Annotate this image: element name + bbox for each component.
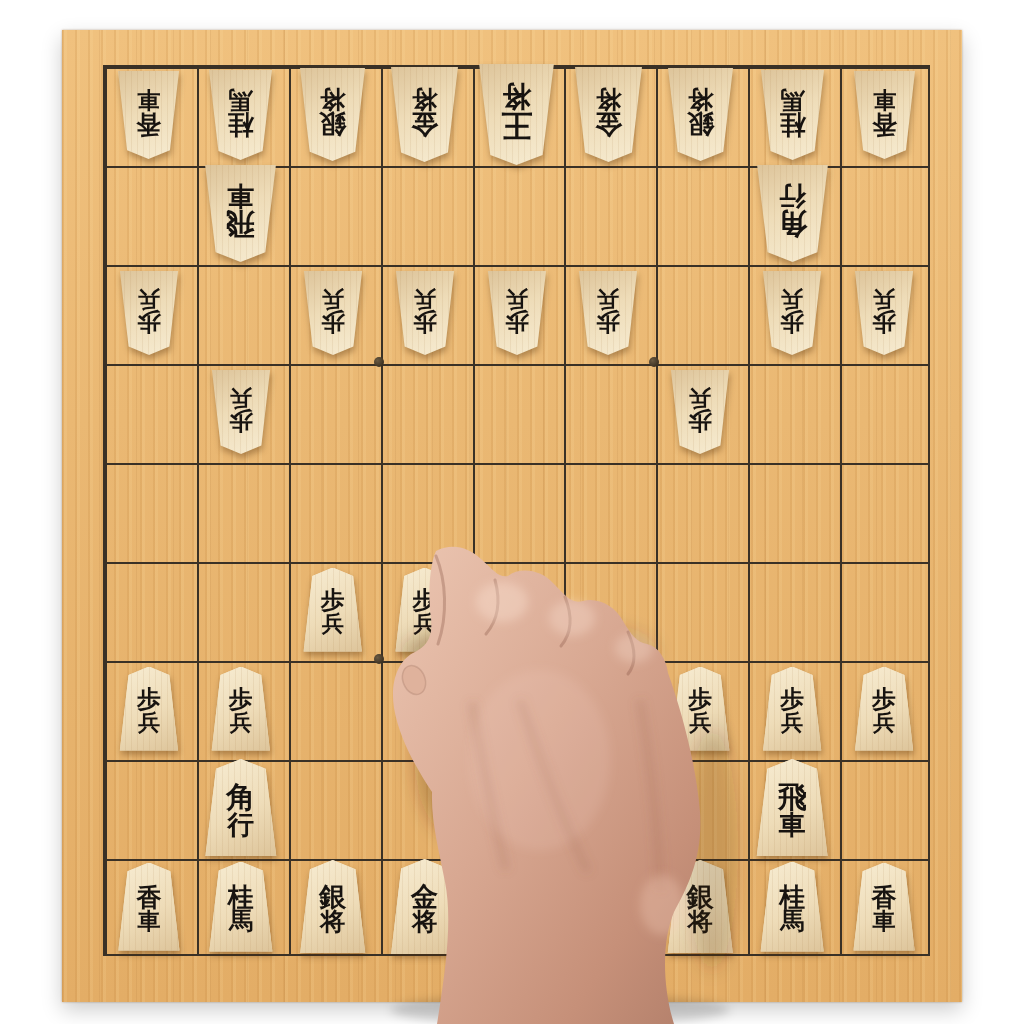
koma-face: 銀将: [299, 68, 366, 161]
piece-silver-gote[interactable]: 銀将: [667, 68, 734, 161]
koma-kanji: 金将: [411, 878, 438, 934]
koma-face: 香車: [117, 863, 180, 951]
koma-kanji: 銀将: [319, 86, 346, 142]
piece-pawn-sente[interactable]: 歩兵: [487, 667, 547, 751]
koma-kanji: 歩兵: [413, 585, 437, 635]
shogi-board[interactable]: 香車桂馬銀将金将王将金将銀将桂馬香車飛車角行歩兵歩兵歩兵歩兵歩兵歩兵歩兵歩兵歩兵…: [62, 30, 962, 1002]
koma-kanji: 歩兵: [872, 288, 896, 338]
koma-kanji: 歩兵: [780, 684, 804, 734]
koma-kanji: 金将: [411, 86, 438, 142]
piece-gold-gote[interactable]: 金将: [390, 67, 459, 162]
koma-face: 王将: [478, 64, 555, 165]
koma-kanji: 桂馬: [779, 879, 805, 933]
koma-kanji: 桂馬: [228, 879, 254, 933]
piece-lance-sente[interactable]: 香車: [117, 863, 180, 951]
koma-kanji: 歩兵: [321, 585, 345, 635]
piece-king-gote[interactable]: 王将: [478, 64, 555, 165]
piece-pawn-sente[interactable]: 歩兵: [395, 568, 455, 652]
koma-face: 銀将: [667, 860, 734, 953]
piece-pawn-gote[interactable]: 歩兵: [854, 271, 914, 355]
koma-kanji: 歩兵: [780, 288, 804, 338]
piece-pawn-gote[interactable]: 歩兵: [303, 271, 363, 355]
koma-face: 歩兵: [670, 667, 730, 751]
piece-gold-sente[interactable]: 金将: [390, 859, 459, 954]
koma-kanji: 角行: [778, 183, 807, 243]
koma-face: 歩兵: [854, 271, 914, 355]
piece-pawn-sente[interactable]: 歩兵: [119, 667, 179, 751]
koma-kanji: 飛車: [226, 183, 255, 243]
piece-pawn-gote[interactable]: 歩兵: [119, 271, 179, 355]
koma-face: 歩兵: [119, 667, 179, 751]
piece-silver-sente[interactable]: 銀将: [667, 860, 734, 953]
koma-face: 角行: [756, 165, 829, 262]
koma-face: 角行: [204, 759, 277, 856]
koma-kanji: 歩兵: [137, 288, 161, 338]
koma-kanji: 桂馬: [228, 87, 254, 141]
koma-face: 桂馬: [760, 70, 825, 160]
koma-kanji: 歩兵: [872, 684, 896, 734]
koma-face: 歩兵: [578, 667, 638, 751]
koma-kanji: 香車: [872, 880, 897, 932]
koma-face: 歩兵: [303, 568, 363, 652]
koma-kanji: 角行: [226, 777, 255, 837]
piece-pawn-sente[interactable]: 歩兵: [854, 667, 914, 751]
koma-kanji: 歩兵: [596, 288, 620, 338]
koma-kanji: 香車: [872, 88, 897, 140]
piece-gold-sente[interactable]: 金将: [574, 859, 643, 954]
koma-face: 玉将: [478, 856, 555, 957]
piece-king-sente[interactable]: 玉将: [478, 856, 555, 957]
piece-lance-gote[interactable]: 香車: [853, 71, 916, 159]
piece-pawn-sente[interactable]: 歩兵: [211, 667, 271, 751]
piece-bishop-sente[interactable]: 角行: [204, 759, 277, 856]
koma-face: 歩兵: [578, 271, 638, 355]
koma-kanji: 歩兵: [229, 684, 253, 734]
koma-kanji: 歩兵: [688, 387, 712, 437]
koma-face: 桂馬: [208, 70, 273, 160]
piece-pawn-sente[interactable]: 歩兵: [578, 667, 638, 751]
koma-face: 歩兵: [211, 370, 271, 454]
koma-kanji: 王将: [501, 82, 532, 146]
koma-kanji: 銀将: [687, 86, 714, 142]
koma-kanji: 桂馬: [779, 87, 805, 141]
koma-face: 香車: [853, 71, 916, 159]
koma-face: 歩兵: [670, 370, 730, 454]
piece-pawn-gote[interactable]: 歩兵: [578, 271, 638, 355]
piece-silver-gote[interactable]: 銀将: [299, 68, 366, 161]
piece-knight-gote[interactable]: 桂馬: [208, 70, 273, 160]
koma-kanji: 歩兵: [688, 684, 712, 734]
scene: 香車桂馬銀将金将王将金将銀将桂馬香車飛車角行歩兵歩兵歩兵歩兵歩兵歩兵歩兵歩兵歩兵…: [0, 0, 1024, 1024]
koma-face: 香車: [117, 71, 180, 159]
piece-pawn-gote[interactable]: 歩兵: [395, 271, 455, 355]
koma-face: 歩兵: [854, 667, 914, 751]
koma-kanji: 歩兵: [413, 288, 437, 338]
koma-face: 金将: [390, 67, 459, 162]
koma-face: 金将: [574, 67, 643, 162]
koma-face: 歩兵: [395, 271, 455, 355]
koma-kanji: 歩兵: [321, 288, 345, 338]
piece-lance-gote[interactable]: 香車: [117, 71, 180, 159]
koma-face: 金将: [390, 859, 459, 954]
piece-pawn-gote[interactable]: 歩兵: [211, 370, 271, 454]
koma-face: 歩兵: [119, 271, 179, 355]
koma-face: 桂馬: [760, 862, 825, 952]
pieces-layer: 香車桂馬銀将金将王将金将銀将桂馬香車飛車角行歩兵歩兵歩兵歩兵歩兵歩兵歩兵歩兵歩兵…: [62, 30, 962, 1002]
piece-bishop-gote[interactable]: 角行: [756, 165, 829, 262]
koma-face: 歩兵: [762, 667, 822, 751]
koma-face: 歩兵: [487, 667, 547, 751]
piece-knight-gote[interactable]: 桂馬: [760, 70, 825, 160]
koma-face: 歩兵: [303, 271, 363, 355]
koma-kanji: 歩兵: [596, 684, 620, 734]
koma-kanji: 香車: [136, 880, 161, 932]
piece-pawn-gote[interactable]: 歩兵: [670, 370, 730, 454]
koma-face: 歩兵: [762, 271, 822, 355]
koma-face: 歩兵: [395, 568, 455, 652]
piece-rook-sente[interactable]: 飛車: [756, 759, 829, 856]
koma-face: 銀将: [299, 860, 366, 953]
koma-kanji: 飛車: [778, 777, 807, 837]
koma-kanji: 玉将: [501, 874, 532, 938]
piece-silver-sente[interactable]: 銀将: [299, 860, 366, 953]
koma-face: 金将: [574, 859, 643, 954]
piece-knight-sente[interactable]: 桂馬: [208, 862, 273, 952]
koma-face: 飛車: [204, 165, 277, 262]
piece-pawn-gote[interactable]: 歩兵: [487, 271, 547, 355]
koma-face: 歩兵: [211, 667, 271, 751]
koma-face: 歩兵: [487, 271, 547, 355]
piece-knight-sente[interactable]: 桂馬: [760, 862, 825, 952]
koma-face: 飛車: [756, 759, 829, 856]
koma-kanji: 歩兵: [505, 288, 529, 338]
koma-kanji: 歩兵: [229, 387, 253, 437]
koma-kanji: 金将: [595, 878, 622, 934]
piece-lance-sente[interactable]: 香車: [853, 863, 916, 951]
piece-pawn-sente[interactable]: 歩兵: [670, 667, 730, 751]
koma-kanji: 香車: [136, 88, 161, 140]
piece-rook-gote[interactable]: 飛車: [204, 165, 277, 262]
piece-pawn-sente[interactable]: 歩兵: [762, 667, 822, 751]
koma-kanji: 銀将: [319, 878, 346, 934]
koma-kanji: 歩兵: [505, 684, 529, 734]
koma-kanji: 歩兵: [137, 684, 161, 734]
koma-kanji: 金将: [595, 86, 622, 142]
koma-face: 桂馬: [208, 862, 273, 952]
koma-kanji: 銀将: [687, 878, 714, 934]
koma-face: 銀将: [667, 68, 734, 161]
piece-pawn-sente[interactable]: 歩兵: [303, 568, 363, 652]
piece-pawn-gote[interactable]: 歩兵: [762, 271, 822, 355]
koma-face: 香車: [853, 863, 916, 951]
piece-gold-gote[interactable]: 金将: [574, 67, 643, 162]
